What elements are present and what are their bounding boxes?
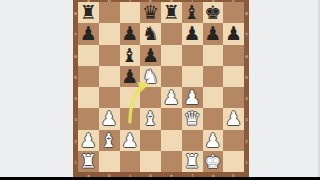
square-c5[interactable]: ♟ <box>120 66 141 87</box>
square-d8[interactable]: ♛ <box>140 2 161 23</box>
black-pawn-d6[interactable]: ♟ <box>142 45 159 64</box>
file-label-e: e <box>163 173 180 177</box>
black-pawn-f7[interactable]: ♟ <box>184 24 201 43</box>
square-b4[interactable] <box>99 87 120 108</box>
square-a7[interactable]: ♟ <box>78 23 99 44</box>
rank-label-3: 3 <box>74 110 78 127</box>
rank-label-6: 6 <box>245 47 249 64</box>
square-d5[interactable]: ♞ <box>140 66 161 87</box>
square-d4[interactable] <box>140 87 161 108</box>
black-bishop-f8[interactable]: ♝ <box>184 3 201 22</box>
rank-label-4: 4 <box>74 89 78 106</box>
square-h8[interactable] <box>223 2 244 23</box>
white-knight-d5[interactable]: ♞ <box>142 66 159 85</box>
square-f8[interactable]: ♝ <box>182 2 203 23</box>
white-rook-f1[interactable]: ♜ <box>184 151 201 170</box>
white-queen-f3[interactable]: ♛ <box>184 109 201 128</box>
black-pawn-a7[interactable]: ♟ <box>80 24 97 43</box>
square-h1[interactable] <box>223 151 244 172</box>
square-g1[interactable]: ♚ <box>203 151 224 172</box>
square-b6[interactable] <box>99 45 120 66</box>
chess-board: abcdefgh abcdefgh 87654321 87654321 ♜♛♜♝… <box>73 0 249 177</box>
square-f4[interactable]: ♟ <box>182 87 203 108</box>
square-c8[interactable] <box>120 2 141 23</box>
square-f1[interactable]: ♜ <box>182 151 203 172</box>
square-b1[interactable] <box>99 151 120 172</box>
square-e7[interactable] <box>161 23 182 44</box>
square-e2[interactable] <box>161 130 182 151</box>
square-f6[interactable] <box>182 45 203 66</box>
rank-label-5: 5 <box>245 68 249 85</box>
black-pawn-c5[interactable]: ♟ <box>121 66 138 85</box>
white-pawn-e4[interactable]: ♟ <box>163 88 180 107</box>
white-bishop-d3[interactable]: ♝ <box>142 109 159 128</box>
square-h4[interactable] <box>223 87 244 108</box>
square-f3[interactable]: ♛ <box>182 108 203 129</box>
white-king-g1[interactable]: ♚ <box>204 151 221 170</box>
rank-label-5: 5 <box>74 68 78 85</box>
black-bishop-c6[interactable]: ♝ <box>121 45 138 64</box>
black-pawn-g7[interactable]: ♟ <box>204 24 221 43</box>
square-g3[interactable] <box>203 108 224 129</box>
square-a3[interactable] <box>78 108 99 129</box>
square-e6[interactable] <box>161 45 182 66</box>
square-h3[interactable]: ♟ <box>223 108 244 129</box>
square-b5[interactable] <box>99 66 120 87</box>
square-d1[interactable] <box>140 151 161 172</box>
letterbox-bar <box>0 177 320 180</box>
square-g5[interactable] <box>203 66 224 87</box>
rank-label-2: 2 <box>74 132 78 149</box>
square-c6[interactable]: ♝ <box>120 45 141 66</box>
square-f7[interactable]: ♟ <box>182 23 203 44</box>
black-pawn-c7[interactable]: ♟ <box>121 24 138 43</box>
white-pawn-f4[interactable]: ♟ <box>184 88 201 107</box>
square-e3[interactable] <box>161 108 182 129</box>
white-pawn-c2[interactable]: ♟ <box>121 130 138 149</box>
square-b8[interactable] <box>99 2 120 23</box>
square-e5[interactable] <box>161 66 182 87</box>
square-d6[interactable]: ♟ <box>140 45 161 66</box>
rank-label-6: 6 <box>74 47 78 64</box>
square-a5[interactable] <box>78 66 99 87</box>
square-g7[interactable]: ♟ <box>203 23 224 44</box>
black-queen-d8[interactable]: ♛ <box>142 3 159 22</box>
rank-label-3: 3 <box>245 110 249 127</box>
square-h2[interactable] <box>223 130 244 151</box>
square-h7[interactable]: ♟ <box>223 23 244 44</box>
black-rook-e8[interactable]: ♜ <box>163 3 180 22</box>
square-c1[interactable] <box>120 151 141 172</box>
square-a8[interactable]: ♜ <box>78 2 99 23</box>
rank-label-8: 8 <box>74 4 78 21</box>
rank-label-1: 1 <box>245 153 249 170</box>
square-h5[interactable] <box>223 66 244 87</box>
black-knight-d7[interactable]: ♞ <box>142 24 159 43</box>
black-pawn-h7[interactable]: ♟ <box>225 24 242 43</box>
square-e1[interactable] <box>161 151 182 172</box>
square-g6[interactable] <box>203 45 224 66</box>
file-label-g: g <box>205 173 222 177</box>
square-b3[interactable]: ♟ <box>99 108 120 129</box>
white-rook-a1[interactable]: ♜ <box>80 151 97 170</box>
square-a2[interactable]: ♟ <box>78 130 99 151</box>
square-a1[interactable]: ♜ <box>78 151 99 172</box>
square-h6[interactable] <box>223 45 244 66</box>
black-rook-a8[interactable]: ♜ <box>80 3 97 22</box>
board-squares: ♜♛♜♝♚♟♟♞♟♟♟♝♟♟♞♟♟♟♝♛♟♟♝♟♟♜♜♚ <box>78 2 244 172</box>
square-b2[interactable]: ♝ <box>99 130 120 151</box>
white-pawn-g2[interactable]: ♟ <box>204 130 221 149</box>
file-label-d: d <box>142 173 159 177</box>
square-e4[interactable]: ♟ <box>161 87 182 108</box>
rank-label-8: 8 <box>245 4 249 21</box>
square-g2[interactable]: ♟ <box>203 130 224 151</box>
square-e8[interactable]: ♜ <box>161 2 182 23</box>
rank-label-2: 2 <box>245 132 249 149</box>
rank-label-7: 7 <box>245 25 249 42</box>
square-c3[interactable] <box>120 108 141 129</box>
white-pawn-a2[interactable]: ♟ <box>80 130 97 149</box>
rank-label-7: 7 <box>74 25 78 42</box>
file-label-a: a <box>80 173 97 177</box>
black-king-g8[interactable]: ♚ <box>204 3 221 22</box>
rank-label-4: 4 <box>245 89 249 106</box>
file-label-f: f <box>184 173 201 177</box>
white-pawn-b3[interactable]: ♟ <box>101 109 118 128</box>
square-g4[interactable] <box>203 87 224 108</box>
rank-labels-right: 87654321 <box>244 2 249 172</box>
square-c7[interactable]: ♟ <box>120 23 141 44</box>
white-bishop-b2[interactable]: ♝ <box>101 130 118 149</box>
square-b7[interactable] <box>99 23 120 44</box>
square-d3[interactable]: ♝ <box>140 108 161 129</box>
square-c2[interactable]: ♟ <box>120 130 141 151</box>
file-label-h: h <box>225 173 242 177</box>
square-g8[interactable]: ♚ <box>203 2 224 23</box>
file-label-c: c <box>122 173 139 177</box>
square-c4[interactable] <box>120 87 141 108</box>
file-label-b: b <box>101 173 118 177</box>
square-f5[interactable] <box>182 66 203 87</box>
square-f2[interactable] <box>182 130 203 151</box>
square-d7[interactable]: ♞ <box>140 23 161 44</box>
square-a6[interactable] <box>78 45 99 66</box>
square-d2[interactable] <box>140 130 161 151</box>
rank-label-1: 1 <box>74 153 78 170</box>
white-pawn-h3[interactable]: ♟ <box>225 109 242 128</box>
video-frame: abcdefgh abcdefgh 87654321 87654321 ♜♛♜♝… <box>0 0 320 180</box>
square-a4[interactable] <box>78 87 99 108</box>
